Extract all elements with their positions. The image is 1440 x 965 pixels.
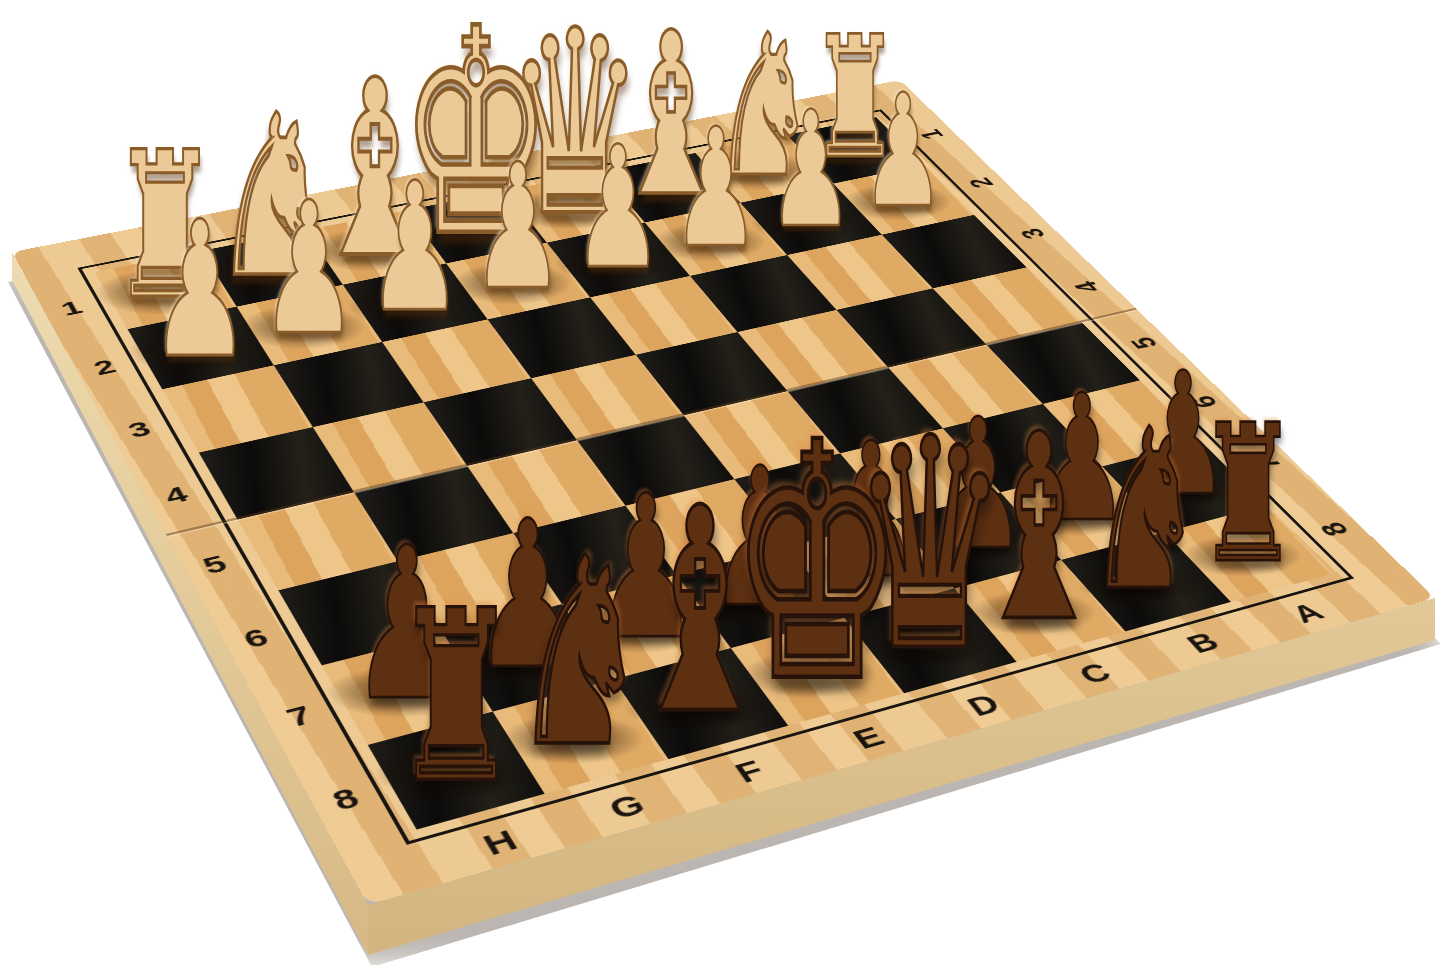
coord-label-bottom-E: E	[846, 721, 891, 756]
coord-label-right-6: 6	[1182, 393, 1226, 412]
coord-label-left-8: 8	[326, 781, 365, 817]
coord-label-bottom-C: C	[1071, 657, 1118, 690]
coord-label-right-3: 3	[1012, 226, 1053, 242]
coord-label-bottom-H: H	[477, 823, 524, 862]
coord-label-left-5: 5	[198, 550, 232, 580]
coord-label-right-2: 2	[961, 175, 1001, 190]
coord-label-bottom-D: D	[960, 688, 1007, 722]
coord-label-bottom-G: G	[602, 788, 651, 826]
coord-label-left-2: 2	[89, 355, 120, 380]
chess-board: 1234567812345678HGFEDCBA	[12, 80, 1435, 905]
coord-label-right-4: 4	[1066, 279, 1108, 296]
coord-label-right-8: 8	[1311, 519, 1357, 540]
coord-label-left-3: 3	[123, 416, 155, 442]
coord-label-left-7: 7	[281, 700, 318, 734]
coord-label-left-1: 1	[57, 296, 87, 320]
coord-label-bottom-F: F	[728, 754, 771, 789]
coord-label-left-6: 6	[238, 623, 274, 655]
coord-label-right-5: 5	[1123, 334, 1166, 352]
coord-label-right-1: 1	[912, 127, 951, 141]
coord-label-bottom-B: B	[1179, 627, 1226, 659]
coord-label-bottom-A: A	[1284, 597, 1331, 628]
coord-label-right-7: 7	[1245, 454, 1290, 474]
scene: Wooden folding chessboard with pieces se…	[0, 0, 1440, 965]
coord-label-left-4: 4	[159, 481, 192, 509]
